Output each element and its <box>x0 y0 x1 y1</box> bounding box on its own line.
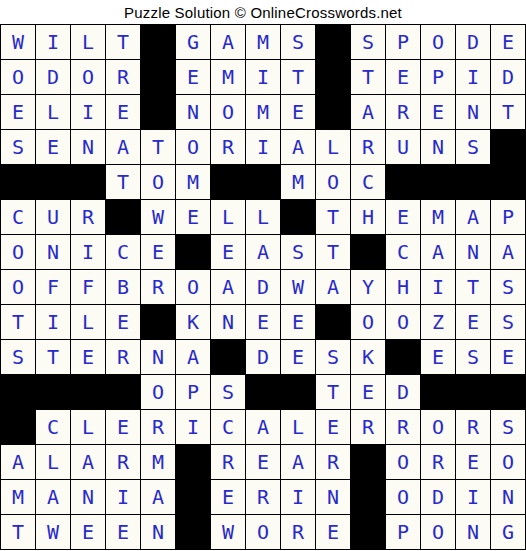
letter-cell: R <box>281 515 315 549</box>
black-cell <box>141 60 175 94</box>
black-cell <box>1 375 35 409</box>
black-cell <box>1 410 35 444</box>
letter-cell: S <box>491 410 525 444</box>
letter-cell: M <box>281 165 315 199</box>
letter-cell: E <box>106 515 140 549</box>
letter-cell: A <box>421 235 455 269</box>
letter-cell: A <box>281 130 315 164</box>
black-cell <box>71 165 105 199</box>
letter-cell: A <box>106 130 140 164</box>
letter-cell: O <box>421 515 455 549</box>
letter-cell: K <box>176 305 210 339</box>
letter-cell: L <box>36 95 70 129</box>
letter-cell: G <box>176 25 210 59</box>
letter-cell: S <box>1 340 35 374</box>
black-cell <box>491 375 525 409</box>
letter-cell: L <box>281 410 315 444</box>
letter-cell: O <box>141 375 175 409</box>
letter-cell: E <box>456 305 490 339</box>
letter-cell: Z <box>421 305 455 339</box>
letter-cell: A <box>211 270 245 304</box>
letter-cell: L <box>36 445 70 479</box>
black-cell <box>351 235 385 269</box>
black-cell <box>316 95 350 129</box>
title-bar: Puzzle Solution © OnlineCrosswords.net <box>0 0 526 24</box>
letter-cell: R <box>106 445 140 479</box>
letter-cell: O <box>421 410 455 444</box>
letter-cell: O <box>71 60 105 94</box>
letter-cell: D <box>456 25 490 59</box>
black-cell <box>176 480 210 514</box>
letter-cell: D <box>386 375 420 409</box>
letter-cell: E <box>421 95 455 129</box>
letter-cell: R <box>386 410 420 444</box>
letter-cell: R <box>316 445 350 479</box>
letter-cell: S <box>491 305 525 339</box>
letter-cell: L <box>211 200 245 234</box>
letter-cell: W <box>281 270 315 304</box>
letter-cell: F <box>71 270 105 304</box>
letter-cell: N <box>71 480 105 514</box>
letter-cell: I <box>246 60 280 94</box>
black-cell <box>281 375 315 409</box>
black-cell <box>316 25 350 59</box>
letter-cell: M <box>421 200 455 234</box>
letter-cell: U <box>386 130 420 164</box>
letter-cell: R <box>211 445 245 479</box>
letter-cell: T <box>456 270 490 304</box>
black-cell <box>71 375 105 409</box>
letter-cell: N <box>491 480 525 514</box>
letter-cell: T <box>1 305 35 339</box>
letter-cell: T <box>1 515 35 549</box>
letter-cell: W <box>211 515 245 549</box>
letter-cell: C <box>351 165 385 199</box>
letter-cell: O <box>211 95 245 129</box>
black-cell <box>141 25 175 59</box>
letter-cell: P <box>386 515 420 549</box>
black-cell <box>246 165 280 199</box>
black-cell <box>211 340 245 374</box>
letter-cell: S <box>456 130 490 164</box>
letter-cell: R <box>351 130 385 164</box>
letter-cell: I <box>281 480 315 514</box>
letter-cell: E <box>246 445 280 479</box>
letter-cell: G <box>491 515 525 549</box>
letter-cell: E <box>106 410 140 444</box>
letter-cell: H <box>386 270 420 304</box>
black-cell <box>141 95 175 129</box>
letter-cell: R <box>246 480 280 514</box>
black-cell <box>1 165 35 199</box>
letter-cell: O <box>421 25 455 59</box>
letter-cell: N <box>176 95 210 129</box>
letter-cell: I <box>36 25 70 59</box>
letter-cell: T <box>141 130 175 164</box>
letter-cell: E <box>281 95 315 129</box>
letter-cell: R <box>211 130 245 164</box>
black-cell <box>456 375 490 409</box>
black-cell <box>316 305 350 339</box>
letter-cell: O <box>386 445 420 479</box>
letter-cell: N <box>141 340 175 374</box>
letter-cell: R <box>456 410 490 444</box>
letter-cell: E <box>211 480 245 514</box>
letter-cell: E <box>456 445 490 479</box>
letter-cell: S <box>1 130 35 164</box>
letter-cell: I <box>176 410 210 444</box>
letter-cell: P <box>386 25 420 59</box>
letter-cell: O <box>246 515 280 549</box>
black-cell <box>176 515 210 549</box>
letter-cell: A <box>351 95 385 129</box>
letter-cell: N <box>456 95 490 129</box>
letter-cell: M <box>141 445 175 479</box>
letter-cell: L <box>316 130 350 164</box>
letter-cell: C <box>211 410 245 444</box>
black-cell <box>351 515 385 549</box>
letter-cell: I <box>456 480 490 514</box>
black-cell <box>491 130 525 164</box>
black-cell <box>316 60 350 94</box>
black-cell <box>106 375 140 409</box>
letter-cell: A <box>36 480 70 514</box>
black-cell <box>421 165 455 199</box>
black-cell <box>351 445 385 479</box>
letter-cell: R <box>421 445 455 479</box>
letter-cell: C <box>386 235 420 269</box>
letter-cell: A <box>281 445 315 479</box>
letter-cell: A <box>456 200 490 234</box>
letter-cell: O <box>386 480 420 514</box>
letter-cell: M <box>246 25 280 59</box>
letter-cell: A <box>176 340 210 374</box>
black-cell <box>211 165 245 199</box>
letter-cell: N <box>456 235 490 269</box>
letter-cell: E <box>246 305 280 339</box>
letter-cell: L <box>71 305 105 339</box>
letter-cell: E <box>176 200 210 234</box>
black-cell <box>456 165 490 199</box>
puzzle-solution-page: Puzzle Solution © OnlineCrosswords.net W… <box>0 0 526 551</box>
page-title: Puzzle Solution © OnlineCrosswords.net <box>124 4 402 21</box>
letter-cell: E <box>106 95 140 129</box>
letter-cell: M <box>246 95 280 129</box>
black-cell <box>176 445 210 479</box>
letter-cell: O <box>316 165 350 199</box>
black-cell <box>386 165 420 199</box>
letter-cell: U <box>36 200 70 234</box>
letter-cell: E <box>386 200 420 234</box>
letter-cell: P <box>421 60 455 94</box>
letter-cell: E <box>211 235 245 269</box>
letter-cell: T <box>106 25 140 59</box>
letter-cell: D <box>36 60 70 94</box>
letter-cell: E <box>351 375 385 409</box>
letter-cell: N <box>141 515 175 549</box>
letter-cell: E <box>386 60 420 94</box>
black-cell <box>246 375 280 409</box>
letter-cell: O <box>386 305 420 339</box>
letter-cell: I <box>36 305 70 339</box>
letter-cell: N <box>421 130 455 164</box>
letter-cell: T <box>106 165 140 199</box>
letter-cell: D <box>246 270 280 304</box>
letter-cell: I <box>246 130 280 164</box>
letter-cell: A <box>141 480 175 514</box>
letter-cell: W <box>1 25 35 59</box>
letter-cell: I <box>421 270 455 304</box>
letter-cell: K <box>351 340 385 374</box>
black-cell <box>106 200 140 234</box>
letter-cell: I <box>71 235 105 269</box>
letter-cell: E <box>316 515 350 549</box>
letter-cell: R <box>106 340 140 374</box>
letter-cell: A <box>246 410 280 444</box>
black-cell <box>281 200 315 234</box>
crossword-grid: WILTGAMSSPODEODOREMITTEPIDELIENOMEARENTS… <box>0 24 526 550</box>
letter-cell: E <box>316 410 350 444</box>
letter-cell: T <box>316 375 350 409</box>
letter-cell: R <box>141 410 175 444</box>
letter-cell: S <box>211 375 245 409</box>
letter-cell: P <box>491 200 525 234</box>
letter-cell: E <box>421 340 455 374</box>
letter-cell: N <box>71 130 105 164</box>
letter-cell: S <box>316 340 350 374</box>
letter-cell: M <box>1 480 35 514</box>
letter-cell: O <box>1 60 35 94</box>
letter-cell: O <box>1 235 35 269</box>
letter-cell: W <box>141 200 175 234</box>
letter-cell: E <box>176 60 210 94</box>
letter-cell: A <box>71 445 105 479</box>
letter-cell: L <box>71 25 105 59</box>
letter-cell: Y <box>351 270 385 304</box>
letter-cell: D <box>491 60 525 94</box>
letter-cell: O <box>176 270 210 304</box>
letter-cell: S <box>281 235 315 269</box>
black-cell <box>491 165 525 199</box>
letter-cell: S <box>281 25 315 59</box>
letter-cell: E <box>141 235 175 269</box>
letter-cell: E <box>1 95 35 129</box>
letter-cell: B <box>106 270 140 304</box>
letter-cell: R <box>106 60 140 94</box>
black-cell <box>351 480 385 514</box>
letter-cell: A <box>211 25 245 59</box>
letter-cell: N <box>456 515 490 549</box>
letter-cell: S <box>491 270 525 304</box>
letter-cell: T <box>316 235 350 269</box>
letter-cell: R <box>141 270 175 304</box>
black-cell <box>421 375 455 409</box>
letter-cell: E <box>281 305 315 339</box>
letter-cell: M <box>211 60 245 94</box>
letter-cell: O <box>141 165 175 199</box>
letter-cell: C <box>1 200 35 234</box>
letter-cell: S <box>456 340 490 374</box>
letter-cell: W <box>36 515 70 549</box>
letter-cell: H <box>351 200 385 234</box>
letter-cell: I <box>456 60 490 94</box>
letter-cell: T <box>281 60 315 94</box>
letter-cell: A <box>246 235 280 269</box>
letter-cell: F <box>36 270 70 304</box>
letter-cell: E <box>106 305 140 339</box>
letter-cell: C <box>106 235 140 269</box>
letter-cell: E <box>281 340 315 374</box>
letter-cell: E <box>36 130 70 164</box>
letter-cell: O <box>351 305 385 339</box>
letter-cell: T <box>351 60 385 94</box>
black-cell <box>36 165 70 199</box>
letter-cell: T <box>36 340 70 374</box>
letter-cell: L <box>246 200 280 234</box>
letter-cell: A <box>316 270 350 304</box>
letter-cell: N <box>36 235 70 269</box>
letter-cell: A <box>1 445 35 479</box>
letter-cell: A <box>491 235 525 269</box>
letter-cell: T <box>316 200 350 234</box>
letter-cell: O <box>1 270 35 304</box>
black-cell <box>36 375 70 409</box>
letter-cell: R <box>71 200 105 234</box>
letter-cell: D <box>421 480 455 514</box>
letter-cell: E <box>71 515 105 549</box>
letter-cell: P <box>176 375 210 409</box>
letter-cell: R <box>386 95 420 129</box>
letter-cell: M <box>176 165 210 199</box>
letter-cell: D <box>246 340 280 374</box>
letter-cell: N <box>316 480 350 514</box>
letter-cell: S <box>351 25 385 59</box>
letter-cell: E <box>491 25 525 59</box>
letter-cell: E <box>491 340 525 374</box>
black-cell <box>141 305 175 339</box>
letter-cell: I <box>71 95 105 129</box>
letter-cell: R <box>351 410 385 444</box>
black-cell <box>386 340 420 374</box>
letter-cell: N <box>211 305 245 339</box>
letter-cell: O <box>176 130 210 164</box>
letter-cell: L <box>71 410 105 444</box>
black-cell <box>176 235 210 269</box>
letter-cell: C <box>36 410 70 444</box>
letter-cell: I <box>106 480 140 514</box>
letter-cell: E <box>71 340 105 374</box>
letter-cell: T <box>491 95 525 129</box>
letter-cell: O <box>491 445 525 479</box>
